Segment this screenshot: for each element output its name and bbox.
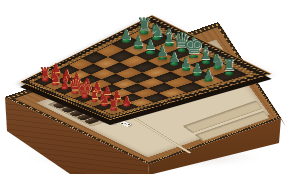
piece-green-pawn-d7: ♟ (157, 46, 169, 60)
piece-contact-shadow (145, 52, 156, 56)
piece-green-pawn-h7: ♟ (203, 68, 214, 82)
piece-contact-shadow (181, 69, 191, 73)
piece-contact-shadow (203, 80, 213, 84)
piece-red-rook-h1: ♜ (108, 98, 119, 111)
piece-contact-shadow (169, 63, 180, 67)
chess-set-photo-scene: ♜♞♝♛♚♝♞♜♟♟♟♟♟♟♟♟♟♟♟♟♟♟♟♟♜♞♝♛♚♝♞♜ (0, 0, 290, 174)
piece-green-pawn-e7: ♟ (168, 51, 180, 65)
piece-contact-shadow (224, 73, 234, 77)
piece-contact-shadow (133, 46, 144, 50)
piece-green-rook-h8: ♜ (222, 59, 236, 76)
piece-green-pawn-b7: ♟ (132, 34, 144, 49)
piece-contact-shadow (109, 109, 118, 112)
piece-green-pawn-f7: ♟ (180, 57, 192, 71)
piece-contact-shadow (122, 105, 131, 108)
piece-green-pawn-a7: ♟ (120, 28, 132, 43)
piece-contact-shadow (157, 58, 168, 62)
piece-contact-shadow (121, 41, 132, 45)
pieces-layer: ♜♞♝♛♚♝♞♜♟♟♟♟♟♟♟♟♟♟♟♟♟♟♟♟♜♞♝♛♚♝♞♜ (0, 0, 290, 174)
piece-green-pawn-c7: ♟ (145, 40, 157, 55)
piece-red-pawn-h2: ♟ (122, 95, 132, 106)
piece-contact-shadow (192, 74, 202, 78)
piece-green-pawn-g7: ♟ (192, 63, 203, 77)
